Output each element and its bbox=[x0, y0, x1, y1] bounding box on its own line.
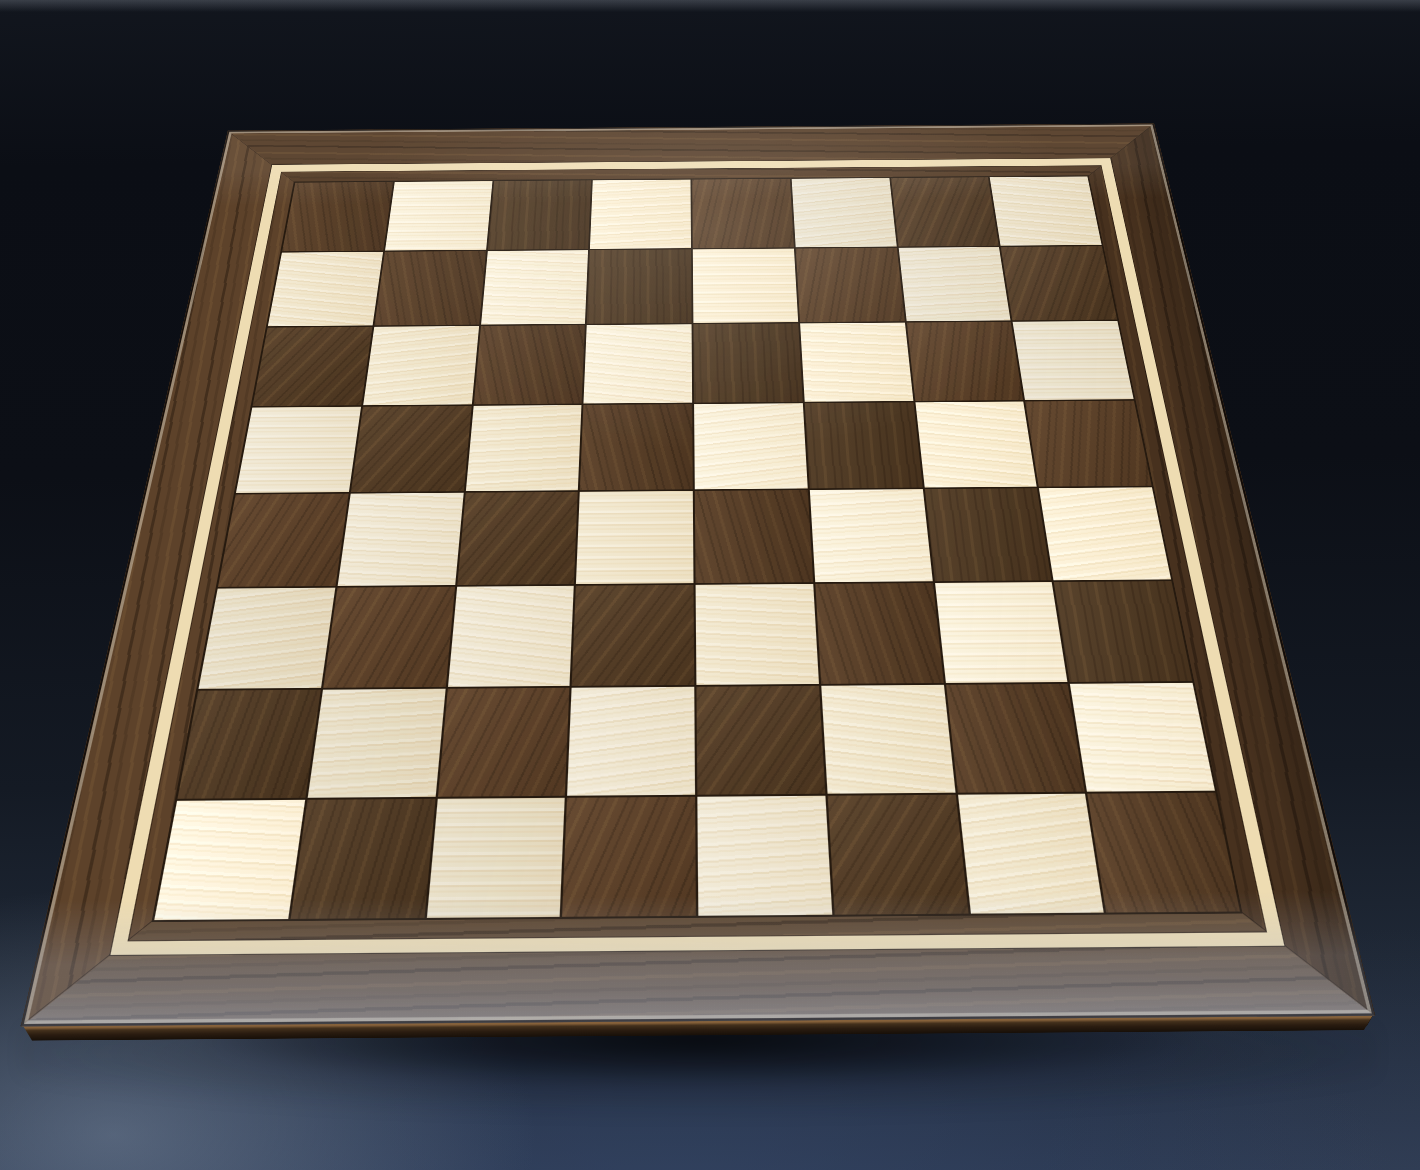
square-r7c1[interactable] bbox=[177, 689, 320, 799]
square-r1c5[interactable] bbox=[692, 179, 793, 248]
square-r7c8[interactable] bbox=[1070, 682, 1215, 792]
square-r3c1[interactable] bbox=[253, 326, 373, 406]
square-r3c7[interactable] bbox=[906, 321, 1023, 401]
square-r4c3[interactable] bbox=[465, 405, 581, 491]
square-r6c7[interactable] bbox=[935, 582, 1068, 683]
square-r6c8[interactable] bbox=[1054, 581, 1192, 682]
square-r8c7[interactable] bbox=[957, 794, 1103, 914]
square-r3c2[interactable] bbox=[363, 326, 479, 406]
square-r8c5[interactable] bbox=[697, 796, 832, 916]
square-r2c8[interactable] bbox=[1001, 246, 1117, 320]
square-r3c4[interactable] bbox=[584, 324, 692, 404]
square-r2c4[interactable] bbox=[587, 249, 692, 323]
square-r3c8[interactable] bbox=[1013, 321, 1134, 401]
square-r2c2[interactable] bbox=[374, 251, 485, 325]
square-r7c2[interactable] bbox=[307, 688, 445, 798]
square-r1c3[interactable] bbox=[487, 180, 591, 249]
board-grid bbox=[154, 176, 1240, 920]
square-r5c7[interactable] bbox=[924, 488, 1051, 581]
square-r3c5[interactable] bbox=[693, 323, 802, 403]
square-r7c3[interactable] bbox=[437, 687, 569, 797]
square-r8c6[interactable] bbox=[827, 795, 968, 915]
square-r4c5[interactable] bbox=[694, 403, 807, 489]
square-r4c2[interactable] bbox=[351, 406, 472, 492]
square-r2c6[interactable] bbox=[796, 248, 905, 322]
square-r2c5[interactable] bbox=[693, 248, 798, 322]
square-r1c1[interactable] bbox=[282, 182, 393, 251]
square-r6c6[interactable] bbox=[815, 583, 943, 684]
square-r6c4[interactable] bbox=[572, 585, 694, 686]
square-r8c8[interactable] bbox=[1088, 793, 1240, 913]
square-r7c5[interactable] bbox=[696, 685, 825, 795]
square-r3c3[interactable] bbox=[473, 325, 585, 405]
square-r2c7[interactable] bbox=[898, 247, 1010, 321]
square-r6c1[interactable] bbox=[199, 587, 336, 688]
square-r6c2[interactable] bbox=[323, 586, 455, 687]
square-r6c5[interactable] bbox=[696, 584, 819, 685]
square-r7c6[interactable] bbox=[821, 684, 955, 794]
square-r4c4[interactable] bbox=[580, 404, 693, 490]
square-r2c1[interactable] bbox=[268, 252, 383, 326]
camera-tilt-wrapper bbox=[0, 0, 1420, 1170]
square-r4c7[interactable] bbox=[915, 402, 1037, 488]
square-r8c3[interactable] bbox=[426, 798, 565, 918]
square-r6c3[interactable] bbox=[447, 586, 574, 687]
square-r1c8[interactable] bbox=[990, 176, 1102, 245]
chessboard bbox=[21, 123, 1375, 1026]
square-r1c6[interactable] bbox=[791, 178, 896, 247]
square-r4c6[interactable] bbox=[805, 403, 923, 489]
perspective-scene bbox=[0, 0, 1420, 1170]
square-r4c8[interactable] bbox=[1025, 401, 1151, 487]
square-r1c7[interactable] bbox=[891, 177, 999, 246]
square-r7c4[interactable] bbox=[567, 686, 695, 796]
square-r8c4[interactable] bbox=[562, 797, 696, 917]
photo-background bbox=[0, 0, 1420, 1170]
square-r2c3[interactable] bbox=[481, 250, 589, 324]
square-r4c1[interactable] bbox=[236, 407, 361, 493]
square-r8c2[interactable] bbox=[290, 799, 435, 919]
square-r1c2[interactable] bbox=[385, 181, 492, 250]
square-r3c6[interactable] bbox=[800, 322, 913, 402]
square-r1c4[interactable] bbox=[590, 180, 691, 249]
square-r8c1[interactable] bbox=[154, 800, 305, 920]
square-r7c7[interactable] bbox=[946, 683, 1085, 793]
